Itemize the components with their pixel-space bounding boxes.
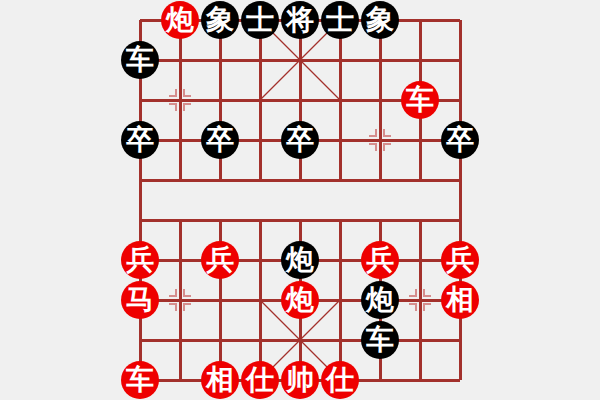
black-advisor-piece[interactable]: 士: [241, 1, 279, 39]
red-elephant-piece[interactable]: 相: [201, 361, 239, 399]
red-horse-piece[interactable]: 马: [121, 281, 159, 319]
black-general-piece[interactable]: 将: [281, 1, 319, 39]
red-cannon-piece[interactable]: 炮: [161, 1, 199, 39]
black-soldier-piece[interactable]: 卒: [201, 121, 239, 159]
black-advisor-piece[interactable]: 士: [321, 1, 359, 39]
red-advisor-piece[interactable]: 仕: [321, 361, 359, 399]
red-soldier-piece[interactable]: 兵: [361, 241, 399, 279]
black-elephant-piece[interactable]: 象: [361, 1, 399, 39]
black-chariot-piece[interactable]: 车: [121, 41, 159, 79]
red-soldier-piece[interactable]: 兵: [121, 241, 159, 279]
black-soldier-piece[interactable]: 卒: [121, 121, 159, 159]
red-soldier-piece[interactable]: 兵: [201, 241, 239, 279]
red-cannon-piece[interactable]: 炮: [281, 281, 319, 319]
red-elephant-piece[interactable]: 相: [441, 281, 479, 319]
red-advisor-piece[interactable]: 仕: [241, 361, 279, 399]
black-elephant-piece[interactable]: 象: [201, 1, 239, 39]
red-chariot-piece[interactable]: 车: [401, 81, 439, 119]
black-cannon-piece[interactable]: 炮: [361, 281, 399, 319]
black-chariot-piece[interactable]: 车: [361, 321, 399, 359]
board-pieces: 炮象士将士象车车卒卒卒卒兵兵炮兵兵马炮炮相车车相仕帅仕: [0, 0, 600, 400]
black-soldier-piece[interactable]: 卒: [281, 121, 319, 159]
red-chariot-piece[interactable]: 车: [121, 361, 159, 399]
red-soldier-piece[interactable]: 兵: [441, 241, 479, 279]
black-soldier-piece[interactable]: 卒: [441, 121, 479, 159]
red-general-piece[interactable]: 帅: [281, 361, 319, 399]
xiangqi-board-screen: 炮象士将士象车车卒卒卒卒兵兵炮兵兵马炮炮相车车相仕帅仕: [0, 0, 600, 400]
black-cannon-piece[interactable]: 炮: [281, 241, 319, 279]
